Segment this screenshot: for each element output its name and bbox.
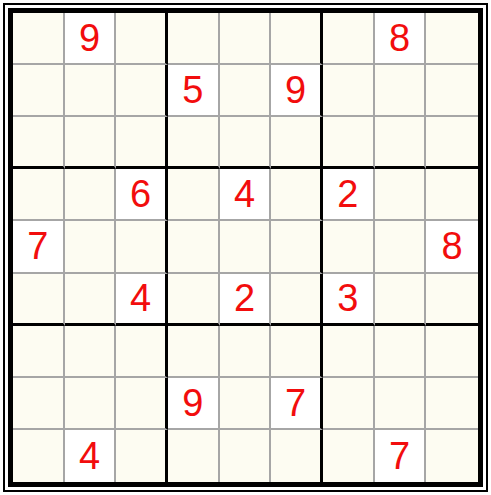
cell-r4c2[interactable] <box>65 169 117 221</box>
cell-r8c5[interactable] <box>220 378 272 430</box>
cell-r3c4[interactable] <box>168 117 220 169</box>
given-digit: 9 <box>285 71 306 109</box>
cell-r3c2[interactable] <box>65 117 117 169</box>
cell-r6c6[interactable] <box>271 274 323 326</box>
cell-r7c4[interactable] <box>168 326 220 378</box>
cell-r3c6[interactable] <box>271 117 323 169</box>
cell-r8c1[interactable] <box>13 378 65 430</box>
cell-r6c9[interactable] <box>426 274 478 326</box>
cell-r6c8[interactable] <box>375 274 427 326</box>
cell-r5c5[interactable] <box>220 221 272 273</box>
cell-r8c3[interactable] <box>116 378 168 430</box>
given-digit: 5 <box>182 71 203 109</box>
cell-r4c9[interactable] <box>426 169 478 221</box>
cell-r9c5[interactable] <box>220 430 272 482</box>
cell-r9c6[interactable] <box>271 430 323 482</box>
cell-r9c9[interactable] <box>426 430 478 482</box>
cell-r6c2[interactable] <box>65 274 117 326</box>
cell-r6c4[interactable] <box>168 274 220 326</box>
cell-r6c7[interactable]: 3 <box>323 274 375 326</box>
cell-r4c3[interactable]: 6 <box>116 169 168 221</box>
cell-r9c1[interactable] <box>13 430 65 482</box>
cell-r9c8[interactable]: 7 <box>375 430 427 482</box>
cell-r7c1[interactable] <box>13 326 65 378</box>
given-digit: 3 <box>337 279 358 317</box>
cell-r5c8[interactable] <box>375 221 427 273</box>
cell-r5c3[interactable] <box>116 221 168 273</box>
cell-r4c7[interactable]: 2 <box>323 169 375 221</box>
cell-r4c6[interactable] <box>271 169 323 221</box>
given-digit: 4 <box>79 437 100 475</box>
cell-r7c9[interactable] <box>426 326 478 378</box>
cell-r8c4[interactable]: 9 <box>168 378 220 430</box>
cell-r1c7[interactable] <box>323 13 375 65</box>
cell-r3c5[interactable] <box>220 117 272 169</box>
cell-r1c2[interactable]: 9 <box>65 13 117 65</box>
cell-r1c9[interactable] <box>426 13 478 65</box>
cell-r5c4[interactable] <box>168 221 220 273</box>
cell-r6c3[interactable]: 4 <box>116 274 168 326</box>
cell-r8c8[interactable] <box>375 378 427 430</box>
cell-r3c8[interactable] <box>375 117 427 169</box>
cell-r2c2[interactable] <box>65 65 117 117</box>
cell-r4c4[interactable] <box>168 169 220 221</box>
cell-r2c8[interactable] <box>375 65 427 117</box>
cell-r1c5[interactable] <box>220 13 272 65</box>
given-digit: 6 <box>130 175 151 213</box>
cell-r3c1[interactable] <box>13 117 65 169</box>
cell-r9c3[interactable] <box>116 430 168 482</box>
cell-r7c3[interactable] <box>116 326 168 378</box>
cell-r4c5[interactable]: 4 <box>220 169 272 221</box>
given-digit: 2 <box>234 279 255 317</box>
cell-r5c1[interactable]: 7 <box>13 221 65 273</box>
cell-r2c7[interactable] <box>323 65 375 117</box>
cell-r7c5[interactable] <box>220 326 272 378</box>
cell-r7c6[interactable] <box>271 326 323 378</box>
cell-r5c9[interactable]: 8 <box>426 221 478 273</box>
cell-r7c2[interactable] <box>65 326 117 378</box>
cell-r8c6[interactable]: 7 <box>271 378 323 430</box>
cell-r4c8[interactable] <box>375 169 427 221</box>
sudoku-screenshot: 9859642784239747 <box>0 0 491 495</box>
cell-r7c8[interactable] <box>375 326 427 378</box>
sudoku-board: 9859642784239747 <box>8 8 483 487</box>
cell-r8c2[interactable] <box>65 378 117 430</box>
cell-r3c7[interactable] <box>323 117 375 169</box>
cell-r4c1[interactable] <box>13 169 65 221</box>
given-digit: 9 <box>79 19 100 57</box>
cell-r9c4[interactable] <box>168 430 220 482</box>
cell-r1c1[interactable] <box>13 13 65 65</box>
cell-r1c3[interactable] <box>116 13 168 65</box>
cell-r2c4[interactable]: 5 <box>168 65 220 117</box>
cell-r1c6[interactable] <box>271 13 323 65</box>
cell-r8c9[interactable] <box>426 378 478 430</box>
cell-r6c5[interactable]: 2 <box>220 274 272 326</box>
given-digit: 2 <box>337 175 358 213</box>
cell-r2c1[interactable] <box>13 65 65 117</box>
given-digit: 8 <box>389 19 410 57</box>
given-digit: 7 <box>285 384 306 422</box>
cell-r2c6[interactable]: 9 <box>271 65 323 117</box>
cell-r1c8[interactable]: 8 <box>375 13 427 65</box>
given-digit: 4 <box>234 175 255 213</box>
given-digit: 7 <box>389 437 410 475</box>
cell-r5c6[interactable] <box>271 221 323 273</box>
cell-r5c2[interactable] <box>65 221 117 273</box>
cell-r2c3[interactable] <box>116 65 168 117</box>
cell-r3c9[interactable] <box>426 117 478 169</box>
cell-r9c2[interactable]: 4 <box>65 430 117 482</box>
cell-r1c4[interactable] <box>168 13 220 65</box>
cell-r7c7[interactable] <box>323 326 375 378</box>
cell-r2c9[interactable] <box>426 65 478 117</box>
given-digit: 4 <box>130 279 151 317</box>
given-digit: 9 <box>182 384 203 422</box>
cell-r3c3[interactable] <box>116 117 168 169</box>
board-outer-frame: 9859642784239747 <box>3 3 488 492</box>
given-digit: 7 <box>27 227 48 265</box>
given-digit: 8 <box>442 227 463 265</box>
cell-r2c5[interactable] <box>220 65 272 117</box>
cell-r5c7[interactable] <box>323 221 375 273</box>
cell-r8c7[interactable] <box>323 378 375 430</box>
cell-r9c7[interactable] <box>323 430 375 482</box>
cell-r6c1[interactable] <box>13 274 65 326</box>
